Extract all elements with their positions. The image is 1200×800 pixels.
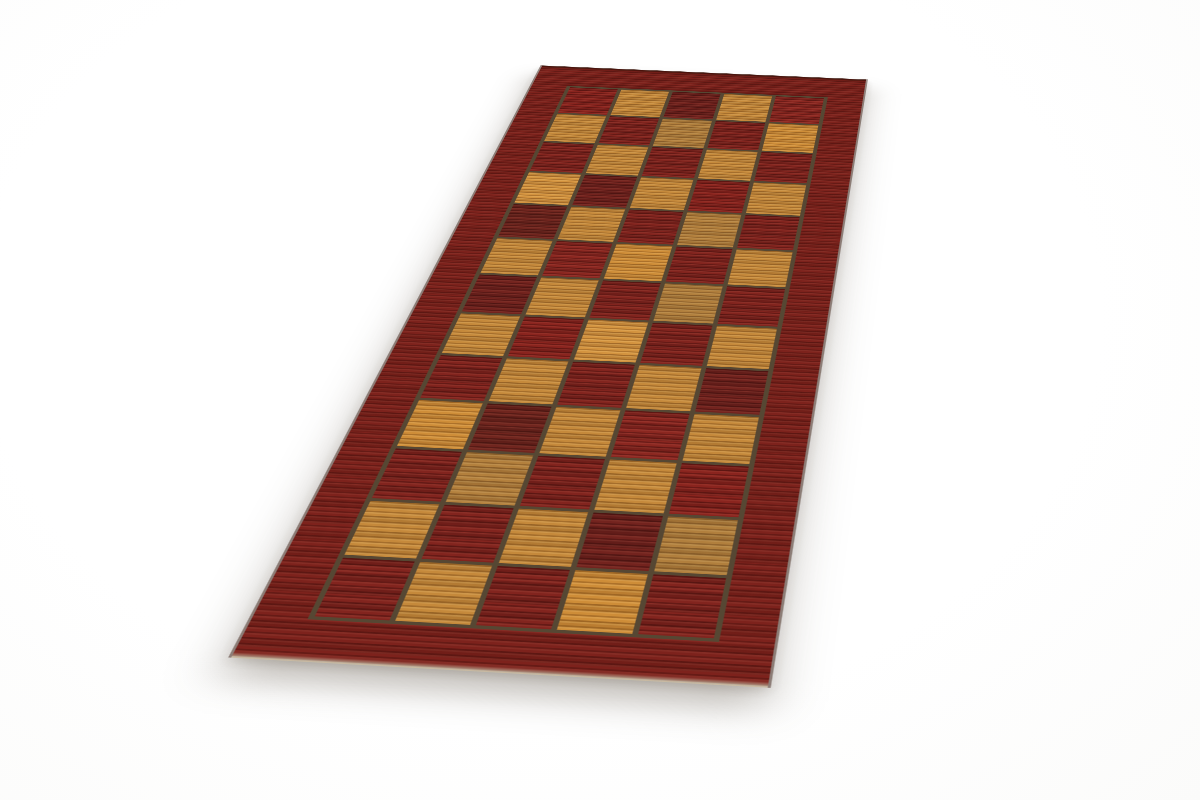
board-square-r10c4 — [611, 410, 690, 460]
board-square-r6c2 — [542, 241, 612, 278]
board-square-r8c1 — [442, 313, 520, 356]
board-square-r5c4 — [677, 212, 741, 247]
board-square-r11c4 — [594, 459, 676, 513]
board-square-r9c4 — [626, 365, 701, 411]
board-square-r4c4 — [688, 180, 750, 213]
board-square-r4c1 — [514, 172, 581, 205]
board-square-r2c1 — [544, 114, 606, 143]
board-square-r13c3 — [476, 566, 570, 629]
checkerboard-field — [307, 86, 827, 642]
board-square-r7c2 — [526, 277, 599, 317]
board-square-r9c1 — [420, 355, 502, 401]
board-square-r3c5 — [754, 152, 812, 183]
board-square-r13c4 — [557, 570, 648, 634]
board-square-r12c3 — [499, 509, 588, 567]
board-square-r2c5 — [762, 123, 818, 152]
board-square-r5c5 — [737, 215, 800, 250]
board-square-r13c5 — [638, 574, 726, 638]
board-square-r3c3 — [642, 147, 703, 178]
board-square-r11c3 — [520, 456, 605, 510]
board-square-r2c4 — [707, 121, 765, 150]
rug-board — [232, 66, 866, 686]
board-square-r4c2 — [572, 175, 637, 208]
board-square-r8c2 — [508, 316, 584, 359]
board-square-r10c3 — [539, 407, 620, 457]
board-square-r1c5 — [769, 96, 824, 124]
board-square-r4c5 — [746, 182, 806, 215]
board-square-r11c2 — [446, 452, 534, 505]
board-square-r6c1 — [481, 238, 553, 275]
board-square-r1c3 — [663, 92, 720, 120]
board-square-r9c3 — [557, 362, 635, 408]
board-square-r1c1 — [558, 87, 618, 114]
board-square-r1c4 — [716, 94, 772, 122]
board-square-r5c2 — [558, 207, 626, 242]
board-square-r3c2 — [586, 145, 649, 176]
board-square-r12c4 — [576, 513, 663, 572]
board-square-r7c3 — [589, 280, 660, 320]
board-square-r5c1 — [498, 204, 567, 239]
board-square-r5c3 — [617, 209, 683, 244]
board-square-r10c2 — [468, 403, 551, 452]
board-square-r6c3 — [604, 244, 672, 281]
board-square-r3c1 — [530, 142, 594, 173]
board-square-r8c4 — [640, 323, 712, 366]
board-square-r8c5 — [707, 326, 777, 369]
board-square-r8c3 — [574, 320, 648, 363]
board-square-r2c3 — [653, 119, 712, 148]
board-square-r7c1 — [462, 275, 537, 315]
board-square-r2c2 — [599, 116, 660, 145]
board-square-r6c5 — [728, 249, 793, 287]
board-square-r9c2 — [489, 358, 569, 404]
board-square-r3c4 — [698, 150, 758, 181]
board-square-r9c5 — [695, 368, 768, 415]
board-square-r6c4 — [666, 247, 733, 285]
board-square-r7c5 — [718, 286, 785, 326]
board-square-r4c3 — [630, 177, 693, 210]
board-square-r1c2 — [611, 90, 670, 118]
photo-background — [0, 0, 1200, 800]
board-square-r11c5 — [669, 463, 749, 517]
board-square-r10c5 — [683, 414, 759, 464]
board-square-r7c4 — [653, 283, 722, 323]
board-square-r12c5 — [654, 516, 738, 575]
